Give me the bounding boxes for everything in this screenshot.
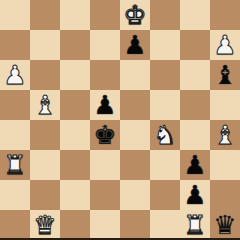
white-bishop: ♝: [213, 120, 236, 150]
square-d1[interactable]: [90, 210, 120, 240]
white-pawn: ♟: [3, 60, 26, 90]
white-rook: ♜: [3, 150, 26, 180]
square-e7[interactable]: ♟: [120, 30, 150, 60]
square-e1[interactable]: [120, 210, 150, 240]
square-c2[interactable]: [60, 180, 90, 210]
square-f7[interactable]: [150, 30, 180, 60]
square-a5[interactable]: [0, 90, 30, 120]
black-bishop: ♝: [213, 60, 236, 90]
square-d7[interactable]: [90, 30, 120, 60]
square-f5[interactable]: [150, 90, 180, 120]
square-c1[interactable]: [60, 210, 90, 240]
square-h4[interactable]: ♝: [210, 120, 240, 150]
square-g5[interactable]: [180, 90, 210, 120]
square-d3[interactable]: [90, 150, 120, 180]
white-king: ♚: [123, 0, 146, 30]
square-a3[interactable]: ♜: [0, 150, 30, 180]
black-king: ♚: [93, 120, 116, 150]
square-a7[interactable]: [0, 30, 30, 60]
square-h5[interactable]: [210, 90, 240, 120]
chess-board-wrapper: ♚♟♟♟♝♝♟♚♞♝♜♟♟♛♜♛: [0, 0, 240, 240]
square-a2[interactable]: [0, 180, 30, 210]
square-a6[interactable]: ♟: [0, 60, 30, 90]
square-f2[interactable]: [150, 180, 180, 210]
square-b8[interactable]: [30, 0, 60, 30]
square-g1[interactable]: ♜: [180, 210, 210, 240]
square-f8[interactable]: [150, 0, 180, 30]
square-g4[interactable]: [180, 120, 210, 150]
square-a4[interactable]: [0, 120, 30, 150]
square-b4[interactable]: [30, 120, 60, 150]
square-f1[interactable]: [150, 210, 180, 240]
square-g7[interactable]: [180, 30, 210, 60]
square-c7[interactable]: [60, 30, 90, 60]
white-queen: ♛: [33, 210, 56, 240]
square-b5[interactable]: ♝: [30, 90, 60, 120]
black-pawn: ♟: [123, 30, 146, 60]
white-pawn: ♟: [213, 30, 236, 60]
square-h6[interactable]: ♝: [210, 60, 240, 90]
white-knight: ♞: [153, 120, 176, 150]
square-e4[interactable]: [120, 120, 150, 150]
black-pawn: ♟: [93, 90, 116, 120]
square-c5[interactable]: [60, 90, 90, 120]
square-c8[interactable]: [60, 0, 90, 30]
black-queen: ♛: [213, 210, 236, 240]
square-g3[interactable]: ♟: [180, 150, 210, 180]
square-h8[interactable]: [210, 0, 240, 30]
square-h3[interactable]: [210, 150, 240, 180]
square-h7[interactable]: ♟: [210, 30, 240, 60]
white-bishop: ♝: [33, 90, 56, 120]
square-b7[interactable]: [30, 30, 60, 60]
square-a8[interactable]: [0, 0, 30, 30]
square-e5[interactable]: [120, 90, 150, 120]
square-b1[interactable]: ♛: [30, 210, 60, 240]
square-c3[interactable]: [60, 150, 90, 180]
square-c4[interactable]: [60, 120, 90, 150]
black-pawn: ♟: [183, 180, 206, 210]
black-pawn: ♟: [183, 150, 206, 180]
chess-board: ♚♟♟♟♝♝♟♚♞♝♜♟♟♛♜♛: [0, 0, 240, 240]
square-c6[interactable]: [60, 60, 90, 90]
square-h2[interactable]: [210, 180, 240, 210]
square-e6[interactable]: [120, 60, 150, 90]
square-d6[interactable]: [90, 60, 120, 90]
square-e8[interactable]: ♚: [120, 0, 150, 30]
square-f4[interactable]: ♞: [150, 120, 180, 150]
square-d2[interactable]: [90, 180, 120, 210]
square-f6[interactable]: [150, 60, 180, 90]
square-e2[interactable]: [120, 180, 150, 210]
square-f3[interactable]: [150, 150, 180, 180]
square-b3[interactable]: [30, 150, 60, 180]
square-a1[interactable]: [0, 210, 30, 240]
square-e3[interactable]: [120, 150, 150, 180]
square-b2[interactable]: [30, 180, 60, 210]
square-d4[interactable]: ♚: [90, 120, 120, 150]
square-g2[interactable]: ♟: [180, 180, 210, 210]
white-rook: ♜: [183, 210, 206, 240]
square-g8[interactable]: [180, 0, 210, 30]
square-h1[interactable]: ♛: [210, 210, 240, 240]
square-b6[interactable]: [30, 60, 60, 90]
square-g6[interactable]: [180, 60, 210, 90]
square-d5[interactable]: ♟: [90, 90, 120, 120]
square-d8[interactable]: [90, 0, 120, 30]
